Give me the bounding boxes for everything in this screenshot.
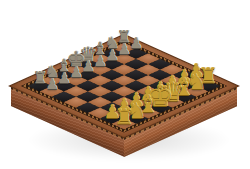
pieces-layer: ♜♞♝♛♚♝♞♜♟♟♟♟♟♟♟♟♟♟♟♟♟♟♟♟♜♞♝♛♚♝♞♜ — [0, 0, 250, 169]
chess-set-photo: ♜♞♝♛♚♝♞♜♟♟♟♟♟♟♟♟♟♟♟♟♟♟♟♟♜♞♝♛♚♝♞♜ — [0, 0, 250, 169]
black-pawn-h7: ♟ — [45, 77, 58, 92]
black-pawn-e7: ♟ — [81, 59, 94, 74]
black-pawn-b7: ♟ — [117, 42, 130, 57]
white-rook-h1: ♜ — [114, 106, 134, 128]
black-pawn-f7: ♟ — [69, 65, 82, 80]
black-pawn-a7: ♟ — [129, 36, 142, 51]
black-pawn-d7: ♟ — [93, 53, 106, 68]
black-pawn-c7: ♟ — [105, 47, 118, 62]
black-pawn-g7: ♟ — [57, 71, 70, 86]
